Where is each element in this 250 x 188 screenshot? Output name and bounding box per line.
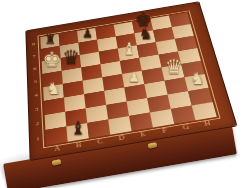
rank-label: 1 [31, 130, 45, 148]
piece-white-king: ♚ [42, 50, 62, 71]
piece-white-knight: ♞ [44, 81, 64, 97]
square-h1 [192, 102, 217, 120]
piece-black-rook: ♜ [41, 32, 60, 45]
piece-white-queen: ♛ [164, 57, 184, 77]
piece-white-bishop: ♝ [119, 41, 139, 58]
piece-black-pawn: ♟ [78, 27, 97, 39]
product-photo: 8 7 6 5 4 3 2 1 A B C D E F G H [0, 0, 250, 188]
square-g3 [164, 77, 188, 94]
square-h2 [188, 88, 213, 106]
square-e6: ♝ [118, 45, 139, 61]
square-a4: ♞ [43, 84, 64, 101]
square-b6: ♛ [61, 55, 81, 71]
piece-black-queen: ♛ [61, 48, 81, 68]
piece-white-pawn: ♟ [124, 71, 144, 84]
piece-black-knight: ♞ [136, 27, 155, 42]
piece-black-bishop: ♝ [67, 119, 89, 137]
square-d5 [100, 61, 122, 77]
square-a6: ♚ [42, 58, 62, 74]
square-f6 [137, 42, 159, 58]
square-d2 [106, 101, 129, 119]
piece-white-knight: ♞ [187, 71, 208, 88]
